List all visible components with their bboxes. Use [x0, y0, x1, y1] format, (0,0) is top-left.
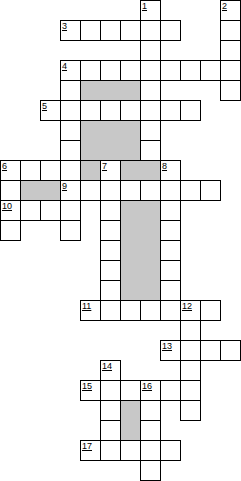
cell-r22-c6[interactable]	[120, 440, 141, 461]
cell-r16-c9[interactable]	[180, 320, 201, 341]
blocked-region	[120, 200, 161, 301]
cell-r5-c7[interactable]	[140, 100, 161, 121]
cell-r12-c8[interactable]	[160, 240, 181, 261]
cell-r15-c7[interactable]	[140, 300, 161, 321]
cell-r10-c8[interactable]	[160, 200, 181, 221]
cell-r1-c5[interactable]	[100, 20, 121, 41]
cell-r9-c0[interactable]	[0, 180, 21, 201]
cell-r21-c5[interactable]	[100, 420, 121, 441]
clue-number-12: 12	[182, 301, 192, 311]
cell-r10-c2[interactable]	[40, 200, 61, 221]
cell-r18-c9[interactable]	[180, 360, 201, 381]
cell-r13-c8[interactable]	[160, 260, 181, 281]
cell-r1-c8[interactable]	[160, 20, 181, 41]
cell-r8-c1[interactable]	[20, 160, 41, 181]
cell-r4-c7[interactable]	[140, 80, 161, 101]
cell-r1-c6[interactable]	[120, 20, 141, 41]
clue-number-16: 16	[142, 381, 152, 391]
cell-r3-c9[interactable]	[180, 60, 201, 81]
cell-r11-c8[interactable]	[160, 220, 181, 241]
cell-r5-c2[interactable]: 5	[40, 100, 61, 121]
cell-r9-c10[interactable]	[200, 180, 221, 201]
blocked-region	[20, 180, 61, 201]
cell-r15-c10[interactable]	[200, 300, 221, 321]
blocked-region	[120, 400, 141, 441]
cell-r4-c11[interactable]	[220, 80, 241, 101]
cell-r19-c4[interactable]: 15	[80, 380, 101, 401]
cell-r19-c5[interactable]	[100, 380, 121, 401]
cell-r5-c9[interactable]	[180, 100, 201, 121]
cell-r10-c1[interactable]	[20, 200, 41, 221]
clue-number-7: 7	[102, 161, 107, 171]
cell-r9-c6[interactable]	[120, 180, 141, 201]
cell-r9-c9[interactable]	[180, 180, 201, 201]
cell-r5-c8[interactable]	[160, 100, 181, 121]
cell-r3-c11[interactable]	[220, 60, 241, 81]
blocked-region	[80, 160, 101, 181]
cell-r20-c9[interactable]	[180, 400, 201, 421]
cell-r0-c11[interactable]: 2	[220, 0, 241, 21]
clue-number-15: 15	[82, 381, 92, 391]
cell-r5-c3[interactable]	[60, 100, 81, 121]
cell-r15-c6[interactable]	[120, 300, 141, 321]
clue-number-4: 4	[62, 61, 67, 71]
cell-r0-c7[interactable]: 1	[140, 0, 161, 21]
cell-r3-c4[interactable]	[80, 60, 101, 81]
cell-r7-c3[interactable]	[60, 140, 81, 161]
cell-r9-c7[interactable]	[140, 180, 161, 201]
cell-r23-c7[interactable]	[140, 460, 161, 481]
cell-r5-c6[interactable]	[120, 100, 141, 121]
cell-r2-c7[interactable]	[140, 40, 161, 61]
cell-r21-c7[interactable]	[140, 420, 161, 441]
cell-r14-c8[interactable]	[160, 280, 181, 301]
cell-r3-c8[interactable]	[160, 60, 181, 81]
cell-r9-c5[interactable]	[100, 180, 121, 201]
cell-r22-c7[interactable]	[140, 440, 161, 461]
clue-number-5: 5	[42, 101, 47, 111]
blocked-region	[120, 160, 161, 181]
cell-r17-c11[interactable]	[220, 340, 241, 361]
cell-r3-c3[interactable]: 4	[60, 60, 81, 81]
clue-number-3: 3	[62, 21, 67, 31]
cell-r3-c6[interactable]	[120, 60, 141, 81]
cell-r18-c5[interactable]: 14	[100, 360, 121, 381]
clue-number-17: 17	[82, 441, 92, 451]
cell-r15-c4[interactable]: 11	[80, 300, 101, 321]
cell-r5-c4[interactable]	[80, 100, 101, 121]
cell-r22-c5[interactable]	[100, 440, 121, 461]
clue-number-6: 6	[2, 161, 7, 171]
cell-r10-c5[interactable]	[100, 200, 121, 221]
cell-r1-c11[interactable]	[220, 20, 241, 41]
cell-r17-c9[interactable]	[180, 340, 201, 361]
clue-number-13: 13	[162, 341, 172, 351]
clue-number-9: 9	[62, 181, 67, 191]
cell-r13-c5[interactable]	[100, 260, 121, 281]
cell-r15-c8[interactable]	[160, 300, 181, 321]
cell-r5-c5[interactable]	[100, 100, 121, 121]
cell-r6-c3[interactable]	[60, 120, 81, 141]
cell-r20-c7[interactable]	[140, 400, 161, 421]
clue-number-11: 11	[82, 301, 91, 311]
cell-r20-c5[interactable]	[100, 400, 121, 421]
clue-number-2: 2	[222, 1, 227, 11]
crossword-board: 1234567891011121314151617	[0, 0, 241, 481]
cell-r9-c3[interactable]: 9	[60, 180, 81, 201]
cell-r8-c5[interactable]: 7	[100, 160, 121, 181]
clue-number-1: 1	[142, 1, 147, 11]
cell-r22-c8[interactable]	[160, 440, 181, 461]
cell-r10-c3[interactable]	[60, 200, 81, 221]
cell-r12-c5[interactable]	[100, 240, 121, 261]
blocked-region	[80, 120, 141, 161]
blocked-region	[80, 80, 141, 101]
cell-r8-c3[interactable]	[60, 160, 81, 181]
cell-r3-c10[interactable]	[200, 60, 221, 81]
cell-r4-c3[interactable]	[60, 80, 81, 101]
cell-r2-c11[interactable]	[220, 40, 241, 61]
cell-r15-c5[interactable]	[100, 300, 121, 321]
cell-r3-c5[interactable]	[100, 60, 121, 81]
cell-r8-c8[interactable]: 8	[160, 160, 181, 181]
cell-r11-c0[interactable]	[0, 220, 21, 241]
cell-r19-c9[interactable]	[180, 380, 201, 401]
cell-r3-c7[interactable]	[140, 60, 161, 81]
cell-r1-c3[interactable]: 3	[60, 20, 81, 41]
cell-r19-c8[interactable]	[160, 380, 181, 401]
cell-r6-c7[interactable]	[140, 120, 161, 141]
cell-r7-c7[interactable]	[140, 140, 161, 161]
cell-r17-c8[interactable]: 13	[160, 340, 181, 361]
clue-number-14: 14	[102, 361, 112, 371]
cell-r11-c5[interactable]	[100, 220, 121, 241]
cell-r1-c7[interactable]	[140, 20, 161, 41]
cell-r15-c9[interactable]: 12	[180, 300, 201, 321]
cell-r19-c6[interactable]	[120, 380, 141, 401]
cell-r10-c0[interactable]: 10	[0, 200, 21, 221]
cell-r9-c8[interactable]	[160, 180, 181, 201]
cell-r1-c4[interactable]	[80, 20, 101, 41]
cell-r8-c2[interactable]	[40, 160, 61, 181]
cell-r14-c5[interactable]	[100, 280, 121, 301]
cell-r22-c4[interactable]: 17	[80, 440, 101, 461]
cell-r8-c0[interactable]: 6	[0, 160, 21, 181]
clue-number-8: 8	[162, 161, 167, 171]
cell-r19-c7[interactable]: 16	[140, 380, 161, 401]
cell-r9-c4[interactable]	[80, 180, 101, 201]
cell-r11-c3[interactable]	[60, 220, 81, 241]
clue-number-10: 10	[2, 201, 12, 211]
cell-r17-c10[interactable]	[200, 340, 221, 361]
